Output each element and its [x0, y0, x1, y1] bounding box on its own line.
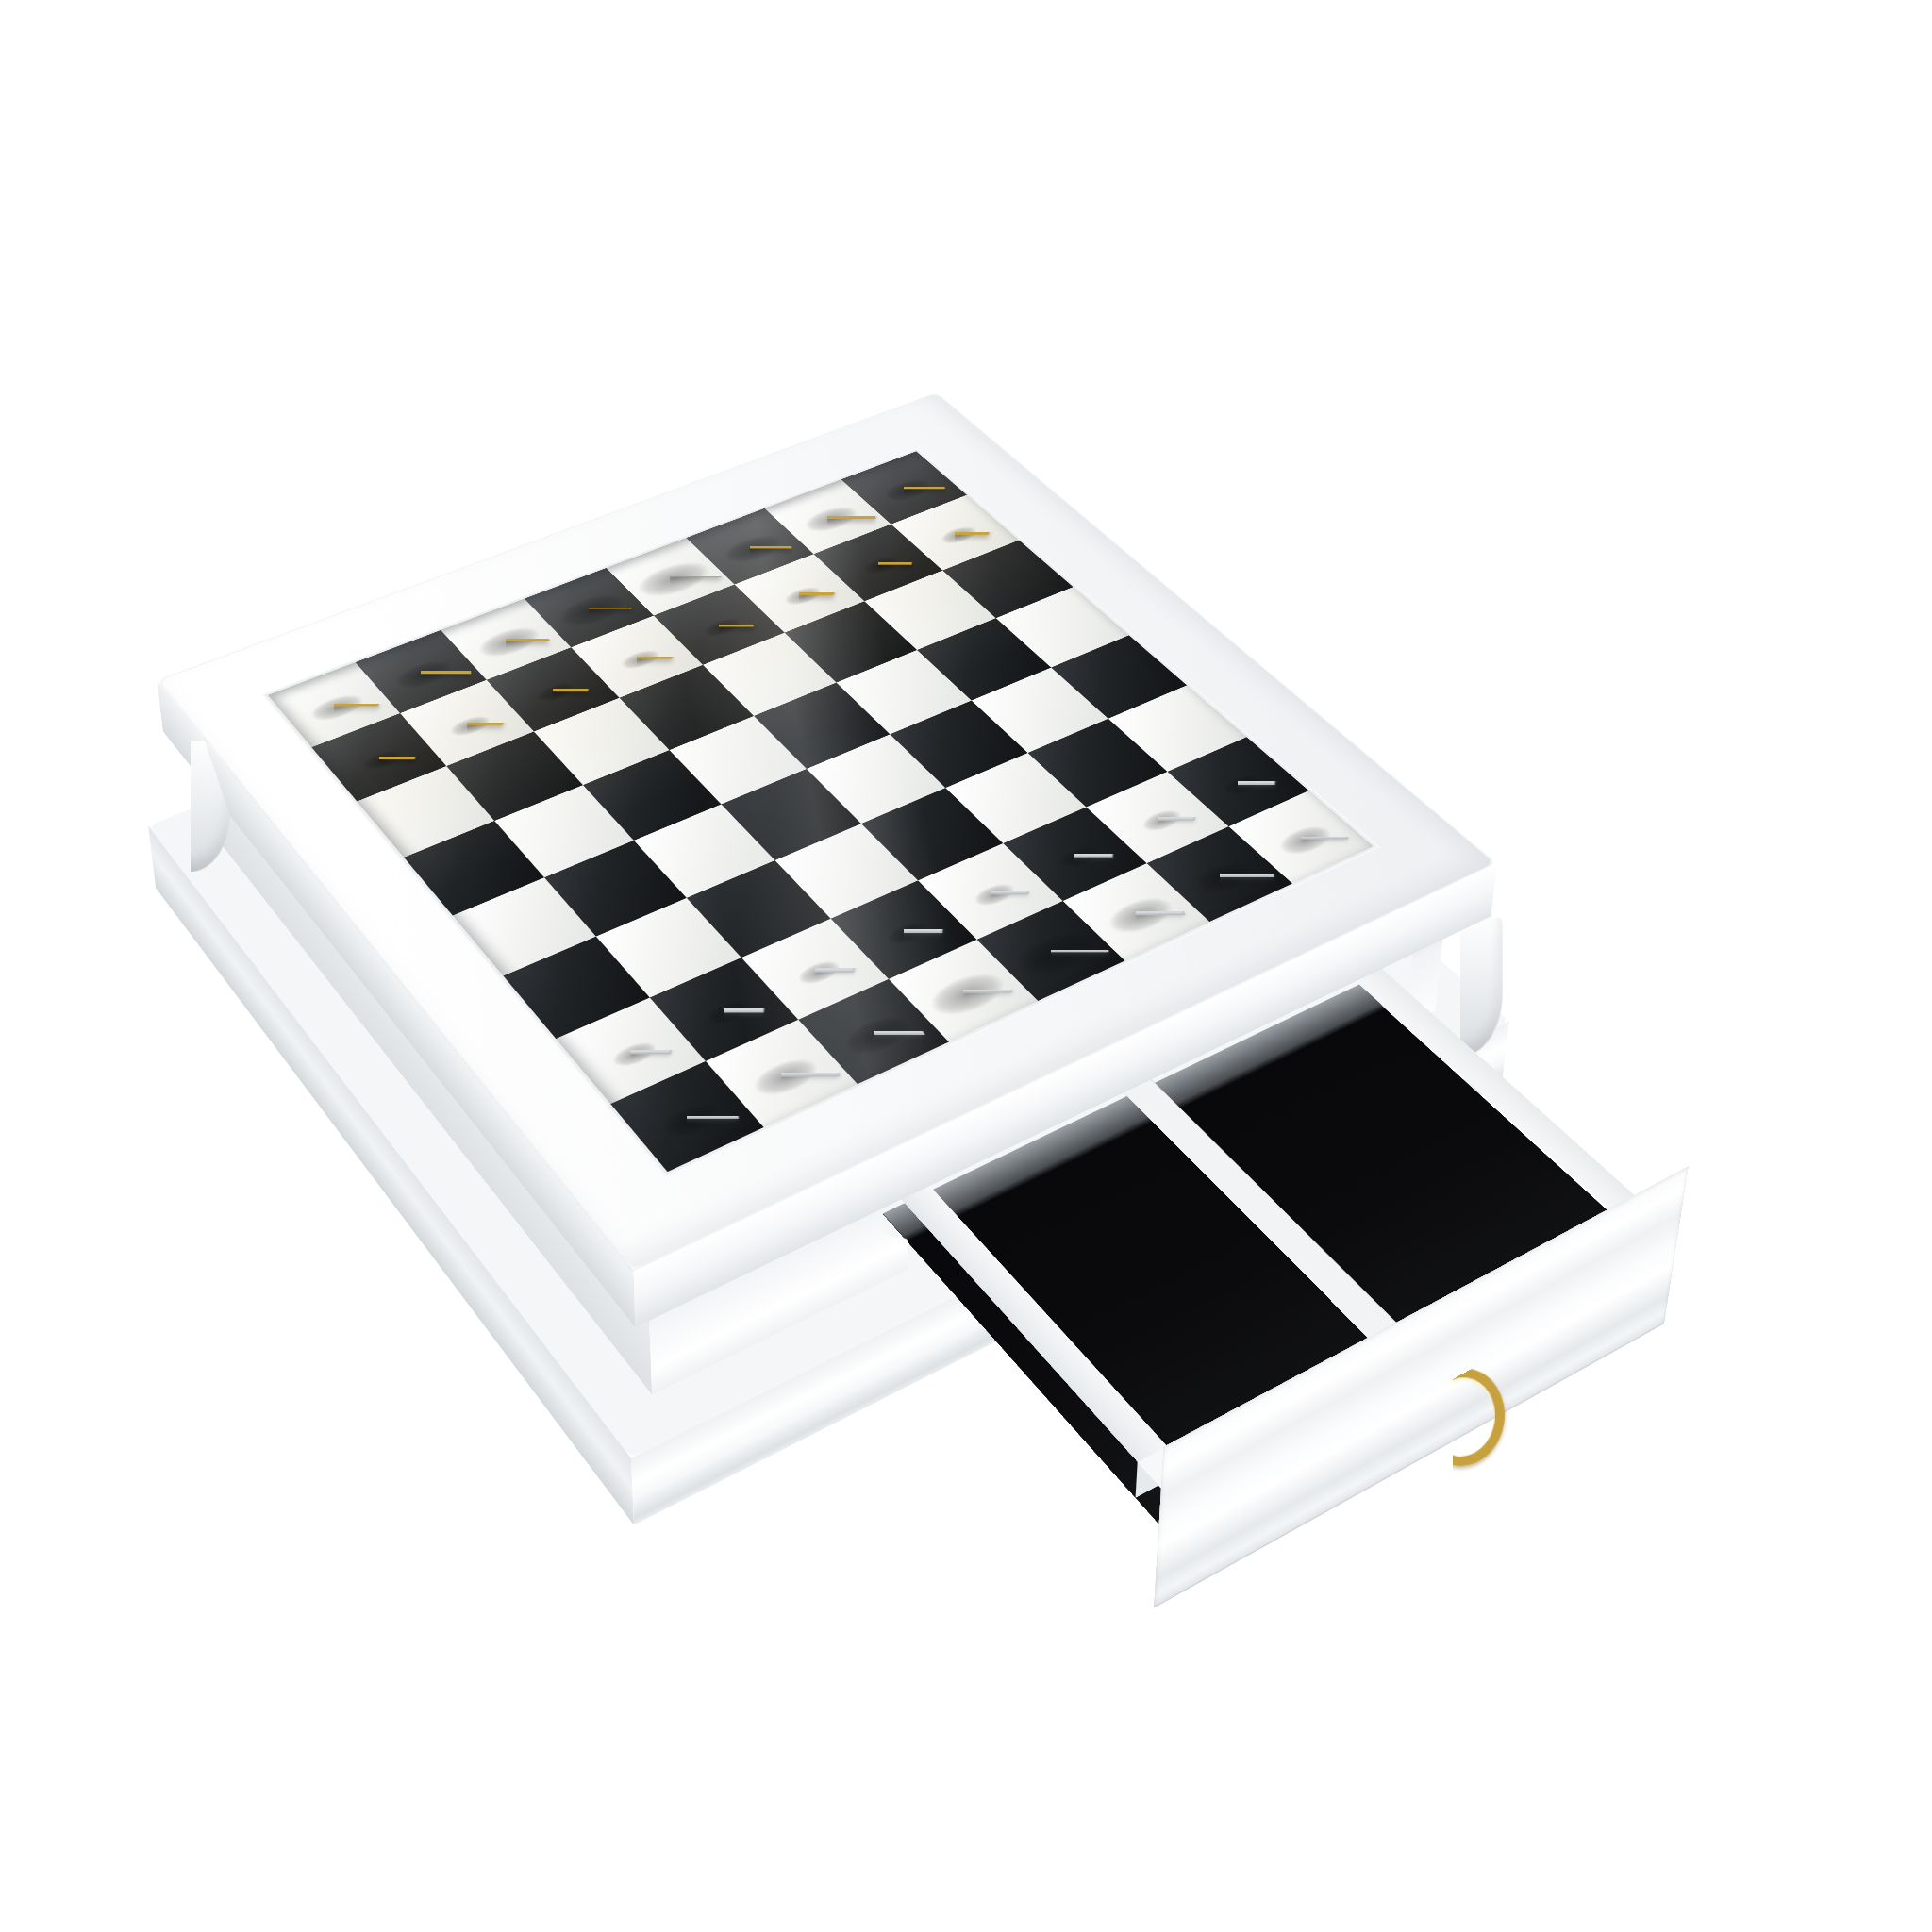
square-a5[interactable] — [404, 821, 544, 915]
square-b5[interactable] — [494, 785, 634, 877]
square-a6[interactable] — [357, 766, 494, 858]
product-photo-stage: ♜♜♜♞♞♞♝♝♝♛♛♛♚♚♚♝♝♝♞♞♞♜♜♜♟♟♟♟♟♟♟♟♟♟♟♟♟♟♟♟… — [0, 0, 1932, 1932]
chess-scene: ♜♜♜♞♞♞♝♝♝♛♛♛♚♚♚♝♝♝♞♞♞♜♜♜♟♟♟♟♟♟♟♟♟♟♟♟♟♟♟♟… — [0, 0, 1932, 1932]
